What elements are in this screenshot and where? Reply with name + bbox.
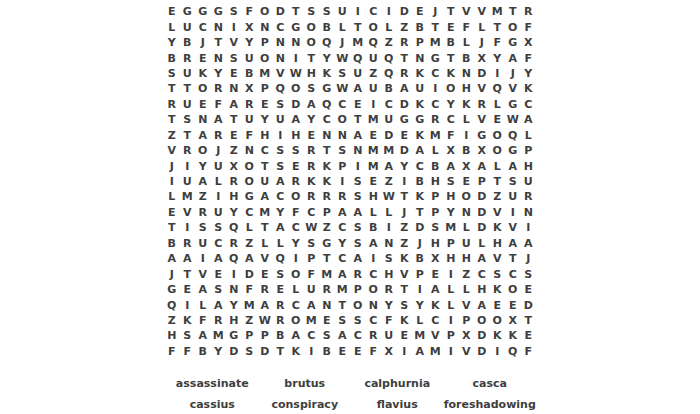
grid-cell-r22-c24[interactable]: E [521, 328, 537, 343]
grid-cell-r18-c24[interactable]: S [521, 266, 537, 281]
grid-cell-r1-c11[interactable]: S [319, 4, 335, 19]
grid-cell-r21-c11[interactable]: E [319, 313, 335, 328]
grid-cell-r5-c11[interactable]: K [319, 66, 335, 81]
grid-cell-r11-c14[interactable]: M [366, 158, 382, 173]
grid-cell-r10-c8[interactable]: S [273, 143, 289, 158]
grid-cell-r12-c10[interactable]: K [304, 174, 320, 189]
grid-cell-r19-c17[interactable]: I [412, 282, 428, 297]
grid-cell-r22-c3[interactable]: A [195, 328, 211, 343]
grid-cell-r3-c5[interactable]: V [226, 35, 242, 50]
grid-cell-r13-c22[interactable]: Z [490, 189, 506, 204]
grid-cell-r19-c3[interactable]: A [195, 282, 211, 297]
grid-cell-r13-c13[interactable]: S [350, 189, 366, 204]
grid-cell-r15-c15[interactable]: I [381, 220, 397, 235]
grid-cell-r23-c20[interactable]: V [459, 344, 475, 359]
grid-cell-r15-c4[interactable]: S [211, 220, 227, 235]
grid-cell-r22-c14[interactable]: R [366, 328, 382, 343]
grid-cell-r13-c20[interactable]: O [459, 189, 475, 204]
grid-cell-r11-c9[interactable]: E [288, 158, 304, 173]
grid-cell-r11-c19[interactable]: A [443, 158, 459, 173]
grid-cell-r22-c18[interactable]: V [428, 328, 444, 343]
grid-cell-r5-c5[interactable]: E [226, 66, 242, 81]
grid-cell-r3-c12[interactable]: J [335, 35, 351, 50]
grid-cell-r3-c23[interactable]: G [505, 35, 521, 50]
grid-cell-r14-c2[interactable]: V [180, 205, 196, 220]
grid-cell-r14-c18[interactable]: P [428, 205, 444, 220]
grid-cell-r15-c9[interactable]: C [288, 220, 304, 235]
grid-cell-r16-c6[interactable]: Z [242, 236, 258, 251]
grid-cell-r15-c7[interactable]: T [257, 220, 273, 235]
grid-cell-r11-c6[interactable]: O [242, 158, 258, 173]
grid-cell-r10-c17[interactable]: A [412, 143, 428, 158]
grid-cell-r11-c15[interactable]: A [381, 158, 397, 173]
grid-cell-r7-c2[interactable]: U [180, 97, 196, 112]
grid-cell-r7-c20[interactable]: K [459, 97, 475, 112]
grid-cell-r15-c22[interactable]: K [490, 220, 506, 235]
grid-cell-r4-c16[interactable]: T [397, 50, 413, 65]
grid-cell-r9-c2[interactable]: T [180, 128, 196, 143]
grid-cell-r18-c19[interactable]: I [443, 266, 459, 281]
grid-cell-r22-c12[interactable]: A [335, 328, 351, 343]
grid-cell-r20-c6[interactable]: M [242, 297, 258, 312]
grid-cell-r10-c19[interactable]: X [443, 143, 459, 158]
grid-cell-r23-c24[interactable]: F [521, 344, 537, 359]
grid-cell-r7-c12[interactable]: C [335, 97, 351, 112]
grid-cell-r4-c23[interactable]: A [505, 50, 521, 65]
grid-cell-r23-c15[interactable]: X [381, 344, 397, 359]
grid-cell-r18-c21[interactable]: C [474, 266, 490, 281]
grid-cell-r1-c16[interactable]: D [397, 4, 413, 19]
grid-cell-r6-c3[interactable]: O [195, 81, 211, 96]
grid-cell-r23-c13[interactable]: E [350, 344, 366, 359]
grid-cell-r19-c22[interactable]: K [490, 282, 506, 297]
grid-cell-r7-c7[interactable]: E [257, 97, 273, 112]
grid-cell-r2-c23[interactable]: O [505, 19, 521, 34]
grid-cell-r6-c11[interactable]: G [319, 81, 335, 96]
grid-cell-r11-c11[interactable]: K [319, 158, 335, 173]
grid-cell-r18-c23[interactable]: C [505, 266, 521, 281]
grid-cell-r10-c4[interactable]: J [211, 143, 227, 158]
grid-cell-r14-c1[interactable]: E [164, 205, 180, 220]
grid-cell-r11-c1[interactable]: J [164, 158, 180, 173]
grid-cell-r21-c20[interactable]: P [459, 313, 475, 328]
grid-cell-r16-c9[interactable]: Y [288, 236, 304, 251]
grid-cell-r7-c9[interactable]: D [288, 97, 304, 112]
grid-cell-r11-c10[interactable]: R [304, 158, 320, 173]
grid-cell-r22-c9[interactable]: A [288, 328, 304, 343]
grid-cell-r18-c4[interactable]: E [211, 266, 227, 281]
grid-cell-r20-c11[interactable]: N [319, 297, 335, 312]
grid-cell-r6-c9[interactable]: O [288, 81, 304, 96]
grid-cell-r15-c6[interactable]: L [242, 220, 258, 235]
grid-cell-r14-c23[interactable]: I [505, 205, 521, 220]
grid-cell-r16-c12[interactable]: Y [335, 236, 351, 251]
grid-cell-r19-c15[interactable]: R [381, 282, 397, 297]
grid-cell-r5-c23[interactable]: J [505, 66, 521, 81]
grid-cell-r2-c8[interactable]: C [273, 19, 289, 34]
grid-cell-r12-c7[interactable]: U [257, 174, 273, 189]
grid-cell-r8-c11[interactable]: C [319, 112, 335, 127]
grid-cell-r17-c16[interactable]: K [397, 251, 413, 266]
grid-cell-r6-c2[interactable]: T [180, 81, 196, 96]
grid-cell-r23-c2[interactable]: F [180, 344, 196, 359]
grid-cell-r12-c3[interactable]: A [195, 174, 211, 189]
grid-cell-r3-c11[interactable]: Q [319, 35, 335, 50]
grid-cell-r18-c9[interactable]: O [288, 266, 304, 281]
grid-cell-r10-c23[interactable]: G [505, 143, 521, 158]
grid-cell-r20-c1[interactable]: Q [164, 297, 180, 312]
grid-cell-r10-c11[interactable]: T [319, 143, 335, 158]
grid-cell-r21-c24[interactable]: T [521, 313, 537, 328]
grid-cell-r4-c11[interactable]: Y [319, 50, 335, 65]
grid-cell-r20-c14[interactable]: N [366, 297, 382, 312]
grid-cell-r22-c4[interactable]: M [211, 328, 227, 343]
grid-cell-r1-c10[interactable]: S [304, 4, 320, 19]
grid-cell-r18-c20[interactable]: Z [459, 266, 475, 281]
grid-cell-r4-c7[interactable]: O [257, 50, 273, 65]
grid-cell-r14-c11[interactable]: P [319, 205, 335, 220]
grid-cell-r8-c20[interactable]: L [459, 112, 475, 127]
grid-cell-r8-c14[interactable]: M [366, 112, 382, 127]
grid-cell-r13-c12[interactable]: R [335, 189, 351, 204]
grid-cell-r21-c4[interactable]: R [211, 313, 227, 328]
grid-cell-r19-c24[interactable]: E [521, 282, 537, 297]
grid-cell-r5-c3[interactable]: K [195, 66, 211, 81]
grid-cell-r15-c18[interactable]: S [428, 220, 444, 235]
grid-cell-r7-c6[interactable]: R [242, 97, 258, 112]
grid-cell-r4-c10[interactable]: T [304, 50, 320, 65]
grid-cell-r3-c15[interactable]: Z [381, 35, 397, 50]
grid-cell-r1-c2[interactable]: G [180, 4, 196, 19]
grid-cell-r20-c12[interactable]: T [335, 297, 351, 312]
grid-cell-r21-c7[interactable]: W [257, 313, 273, 328]
grid-cell-r11-c13[interactable]: I [350, 158, 366, 173]
grid-cell-r3-c16[interactable]: R [397, 35, 413, 50]
grid-cell-r22-c2[interactable]: S [180, 328, 196, 343]
grid-cell-r14-c7[interactable]: M [257, 205, 273, 220]
grid-cell-r7-c24[interactable]: C [521, 97, 537, 112]
grid-cell-r13-c3[interactable]: Z [195, 189, 211, 204]
grid-cell-r8-c3[interactable]: N [195, 112, 211, 127]
grid-cell-r13-c11[interactable]: R [319, 189, 335, 204]
grid-cell-r9-c4[interactable]: R [211, 128, 227, 143]
grid-cell-r4-c18[interactable]: G [428, 50, 444, 65]
grid-cell-r18-c10[interactable]: F [304, 266, 320, 281]
grid-cell-r22-c16[interactable]: E [397, 328, 413, 343]
grid-cell-r13-c14[interactable]: H [366, 189, 382, 204]
grid-cell-r9-c12[interactable]: N [335, 128, 351, 143]
grid-cell-r6-c10[interactable]: S [304, 81, 320, 96]
grid-cell-r2-c22[interactable]: T [490, 19, 506, 34]
grid-cell-r20-c20[interactable]: V [459, 297, 475, 312]
grid-cell-r6-c23[interactable]: V [505, 81, 521, 96]
grid-cell-r2-c13[interactable]: T [350, 19, 366, 34]
grid-cell-r9-c10[interactable]: E [304, 128, 320, 143]
grid-cell-r8-c12[interactable]: O [335, 112, 351, 127]
grid-cell-r18-c5[interactable]: I [226, 266, 242, 281]
grid-cell-r22-c15[interactable]: U [381, 328, 397, 343]
grid-cell-r6-c7[interactable]: P [257, 81, 273, 96]
grid-cell-r11-c23[interactable]: A [505, 158, 521, 173]
grid-cell-r18-c1[interactable]: J [164, 266, 180, 281]
grid-cell-r16-c15[interactable]: N [381, 236, 397, 251]
grid-cell-r3-c21[interactable]: J [474, 35, 490, 50]
grid-cell-r7-c14[interactable]: I [366, 97, 382, 112]
grid-cell-r11-c18[interactable]: B [428, 158, 444, 173]
grid-cell-r21-c15[interactable]: F [381, 313, 397, 328]
grid-cell-r14-c20[interactable]: N [459, 205, 475, 220]
grid-cell-r17-c11[interactable]: T [319, 251, 335, 266]
grid-cell-r3-c3[interactable]: J [195, 35, 211, 50]
grid-cell-r2-c15[interactable]: L [381, 19, 397, 34]
grid-cell-r6-c19[interactable]: O [443, 81, 459, 96]
grid-cell-r6-c13[interactable]: A [350, 81, 366, 96]
grid-cell-r20-c24[interactable]: D [521, 297, 537, 312]
grid-cell-r12-c23[interactable]: S [505, 174, 521, 189]
grid-cell-r15-c20[interactable]: L [459, 220, 475, 235]
grid-cell-r3-c6[interactable]: Y [242, 35, 258, 50]
grid-cell-r10-c16[interactable]: D [397, 143, 413, 158]
grid-cell-r23-c14[interactable]: F [366, 344, 382, 359]
grid-cell-r6-c4[interactable]: R [211, 81, 227, 96]
grid-cell-r4-c19[interactable]: T [443, 50, 459, 65]
grid-cell-r12-c17[interactable]: B [412, 174, 428, 189]
grid-cell-r5-c7[interactable]: M [257, 66, 273, 81]
grid-cell-r18-c14[interactable]: C [366, 266, 382, 281]
grid-cell-r14-c17[interactable]: T [412, 205, 428, 220]
grid-cell-r13-c6[interactable]: G [242, 189, 258, 204]
grid-cell-r5-c1[interactable]: S [164, 66, 180, 81]
grid-cell-r10-c20[interactable]: B [459, 143, 475, 158]
grid-cell-r4-c8[interactable]: N [273, 50, 289, 65]
grid-cell-r4-c24[interactable]: F [521, 50, 537, 65]
grid-cell-r5-c16[interactable]: R [397, 66, 413, 81]
grid-cell-r22-c17[interactable]: M [412, 328, 428, 343]
grid-cell-r5-c18[interactable]: C [428, 66, 444, 81]
grid-cell-r18-c11[interactable]: M [319, 266, 335, 281]
grid-cell-r2-c16[interactable]: Z [397, 19, 413, 34]
grid-cell-r13-c5[interactable]: H [226, 189, 242, 204]
grid-cell-r8-c21[interactable]: V [474, 112, 490, 127]
grid-cell-r11-c16[interactable]: Y [397, 158, 413, 173]
grid-cell-r2-c1[interactable]: L [164, 19, 180, 34]
grid-cell-r7-c22[interactable]: L [490, 97, 506, 112]
grid-cell-r16-c24[interactable]: A [521, 236, 537, 251]
grid-cell-r17-c20[interactable]: H [459, 251, 475, 266]
grid-cell-r20-c13[interactable]: O [350, 297, 366, 312]
grid-cell-r7-c21[interactable]: R [474, 97, 490, 112]
grid-cell-r4-c9[interactable]: I [288, 50, 304, 65]
grid-cell-r20-c9[interactable]: C [288, 297, 304, 312]
grid-cell-r18-c16[interactable]: V [397, 266, 413, 281]
grid-cell-r1-c1[interactable]: E [164, 4, 180, 19]
grid-cell-r5-c17[interactable]: K [412, 66, 428, 81]
grid-cell-r9-c13[interactable]: A [350, 128, 366, 143]
grid-cell-r12-c9[interactable]: R [288, 174, 304, 189]
grid-cell-r16-c18[interactable]: H [428, 236, 444, 251]
grid-cell-r10-c3[interactable]: O [195, 143, 211, 158]
grid-cell-r11-c17[interactable]: C [412, 158, 428, 173]
grid-cell-r2-c2[interactable]: U [180, 19, 196, 34]
grid-cell-r19-c20[interactable]: L [459, 282, 475, 297]
grid-cell-r5-c15[interactable]: Q [381, 66, 397, 81]
grid-cell-r12-c12[interactable]: I [335, 174, 351, 189]
grid-cell-r17-c2[interactable]: A [180, 251, 196, 266]
grid-cell-r21-c14[interactable]: C [366, 313, 382, 328]
grid-cell-r20-c3[interactable]: L [195, 297, 211, 312]
grid-cell-r15-c8[interactable]: A [273, 220, 289, 235]
grid-cell-r17-c17[interactable]: B [412, 251, 428, 266]
grid-cell-r12-c14[interactable]: E [366, 174, 382, 189]
grid-cell-r14-c9[interactable]: F [288, 205, 304, 220]
grid-cell-r13-c18[interactable]: P [428, 189, 444, 204]
grid-cell-r15-c12[interactable]: C [335, 220, 351, 235]
grid-cell-r19-c23[interactable]: O [505, 282, 521, 297]
grid-cell-r22-c7[interactable]: P [257, 328, 273, 343]
grid-cell-r16-c14[interactable]: A [366, 236, 382, 251]
grid-cell-r11-c24[interactable]: H [521, 158, 537, 173]
grid-cell-r22-c20[interactable]: X [459, 328, 475, 343]
grid-cell-r5-c21[interactable]: D [474, 66, 490, 81]
grid-cell-r16-c5[interactable]: R [226, 236, 242, 251]
grid-cell-r13-c9[interactable]: O [288, 189, 304, 204]
grid-cell-r9-c20[interactable]: I [459, 128, 475, 143]
grid-cell-r23-c16[interactable]: I [397, 344, 413, 359]
grid-cell-r4-c4[interactable]: N [211, 50, 227, 65]
grid-cell-r8-c6[interactable]: U [242, 112, 258, 127]
grid-cell-r22-c6[interactable]: P [242, 328, 258, 343]
grid-cell-r7-c17[interactable]: K [412, 97, 428, 112]
grid-cell-r12-c16[interactable]: I [397, 174, 413, 189]
grid-cell-r4-c12[interactable]: W [335, 50, 351, 65]
grid-cell-r16-c4[interactable]: C [211, 236, 227, 251]
grid-cell-r22-c10[interactable]: C [304, 328, 320, 343]
grid-cell-r11-c3[interactable]: Y [195, 158, 211, 173]
grid-cell-r4-c3[interactable]: E [195, 50, 211, 65]
grid-cell-r22-c1[interactable]: H [164, 328, 180, 343]
grid-cell-r14-c6[interactable]: C [242, 205, 258, 220]
grid-cell-r2-c11[interactable]: B [319, 19, 335, 34]
grid-cell-r20-c8[interactable]: R [273, 297, 289, 312]
grid-cell-r21-c1[interactable]: Z [164, 313, 180, 328]
grid-cell-r9-c3[interactable]: A [195, 128, 211, 143]
grid-cell-r12-c13[interactable]: S [350, 174, 366, 189]
grid-cell-r22-c5[interactable]: G [226, 328, 242, 343]
grid-cell-r4-c14[interactable]: U [366, 50, 382, 65]
grid-cell-r12-c15[interactable]: Z [381, 174, 397, 189]
grid-cell-r6-c14[interactable]: U [366, 81, 382, 96]
grid-cell-r5-c14[interactable]: Z [366, 66, 382, 81]
grid-cell-r12-c1[interactable]: I [164, 174, 180, 189]
grid-cell-r12-c11[interactable]: K [319, 174, 335, 189]
grid-cell-r20-c7[interactable]: A [257, 297, 273, 312]
grid-cell-r14-c14[interactable]: L [366, 205, 382, 220]
grid-cell-r19-c6[interactable]: F [242, 282, 258, 297]
grid-cell-r13-c8[interactable]: C [273, 189, 289, 204]
grid-cell-r23-c22[interactable]: I [490, 344, 506, 359]
grid-cell-r10-c6[interactable]: N [242, 143, 258, 158]
grid-cell-r12-c21[interactable]: P [474, 174, 490, 189]
grid-cell-r7-c19[interactable]: Y [443, 97, 459, 112]
grid-cell-r1-c7[interactable]: O [257, 4, 273, 19]
grid-cell-r5-c6[interactable]: B [242, 66, 258, 81]
grid-cell-r3-c14[interactable]: Q [366, 35, 382, 50]
grid-cell-r3-c19[interactable]: B [443, 35, 459, 50]
grid-cell-r2-c10[interactable]: O [304, 19, 320, 34]
grid-cell-r6-c16[interactable]: A [397, 81, 413, 96]
grid-cell-r13-c7[interactable]: A [257, 189, 273, 204]
grid-cell-r22-c8[interactable]: B [273, 328, 289, 343]
grid-cell-r7-c8[interactable]: S [273, 97, 289, 112]
grid-cell-r6-c15[interactable]: B [381, 81, 397, 96]
grid-cell-r18-c18[interactable]: E [428, 266, 444, 281]
grid-cell-r9-c16[interactable]: E [397, 128, 413, 143]
grid-cell-r8-c7[interactable]: Y [257, 112, 273, 127]
grid-cell-r11-c20[interactable]: X [459, 158, 475, 173]
grid-cell-r9-c1[interactable]: Z [164, 128, 180, 143]
grid-cell-r23-c21[interactable]: D [474, 344, 490, 359]
grid-cell-r23-c1[interactable]: F [164, 344, 180, 359]
grid-cell-r1-c17[interactable]: E [412, 4, 428, 19]
grid-cell-r14-c3[interactable]: R [195, 205, 211, 220]
grid-cell-r2-c5[interactable]: I [226, 19, 242, 34]
grid-cell-r18-c3[interactable]: V [195, 266, 211, 281]
grid-cell-r23-c7[interactable]: D [257, 344, 273, 359]
grid-cell-r10-c21[interactable]: X [474, 143, 490, 158]
grid-cell-r2-c21[interactable]: L [474, 19, 490, 34]
grid-cell-r15-c19[interactable]: M [443, 220, 459, 235]
grid-cell-r2-c19[interactable]: E [443, 19, 459, 34]
grid-cell-r3-c1[interactable]: Y [164, 35, 180, 50]
grid-cell-r13-c21[interactable]: D [474, 189, 490, 204]
grid-cell-r23-c10[interactable]: I [304, 344, 320, 359]
grid-cell-r15-c11[interactable]: Z [319, 220, 335, 235]
grid-cell-r16-c23[interactable]: A [505, 236, 521, 251]
grid-cell-r14-c13[interactable]: A [350, 205, 366, 220]
grid-cell-r17-c4[interactable]: A [211, 251, 227, 266]
grid-cell-r2-c17[interactable]: B [412, 19, 428, 34]
grid-cell-r12-c20[interactable]: E [459, 174, 475, 189]
grid-cell-r8-c10[interactable]: Y [304, 112, 320, 127]
grid-cell-r8-c24[interactable]: A [521, 112, 537, 127]
grid-cell-r14-c22[interactable]: V [490, 205, 506, 220]
grid-cell-r17-c15[interactable]: S [381, 251, 397, 266]
grid-cell-r16-c11[interactable]: G [319, 236, 335, 251]
grid-cell-r16-c16[interactable]: Z [397, 236, 413, 251]
grid-cell-r12-c19[interactable]: S [443, 174, 459, 189]
grid-cell-r5-c22[interactable]: I [490, 66, 506, 81]
grid-cell-r7-c15[interactable]: C [381, 97, 397, 112]
grid-cell-r1-c14[interactable]: C [366, 4, 382, 19]
grid-cell-r19-c16[interactable]: T [397, 282, 413, 297]
grid-cell-r4-c17[interactable]: N [412, 50, 428, 65]
grid-cell-r3-c24[interactable]: X [521, 35, 537, 50]
grid-cell-r6-c24[interactable]: K [521, 81, 537, 96]
grid-cell-r23-c5[interactable]: D [226, 344, 242, 359]
grid-cell-r19-c2[interactable]: E [180, 282, 196, 297]
grid-cell-r20-c21[interactable]: A [474, 297, 490, 312]
grid-cell-r2-c20[interactable]: F [459, 19, 475, 34]
grid-cell-r23-c4[interactable]: Y [211, 344, 227, 359]
grid-cell-r18-c15[interactable]: H [381, 266, 397, 281]
grid-cell-r22-c23[interactable]: K [505, 328, 521, 343]
grid-cell-r19-c19[interactable]: L [443, 282, 459, 297]
grid-cell-r19-c8[interactable]: E [273, 282, 289, 297]
grid-cell-r13-c17[interactable]: K [412, 189, 428, 204]
grid-cell-r10-c18[interactable]: L [428, 143, 444, 158]
grid-cell-r19-c9[interactable]: L [288, 282, 304, 297]
grid-cell-r15-c21[interactable]: D [474, 220, 490, 235]
